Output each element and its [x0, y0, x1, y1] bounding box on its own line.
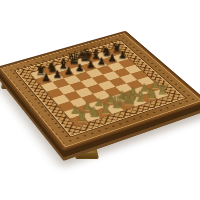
white-rook: ♜ [76, 110, 88, 123]
chess-set-photo: ♜♞♝♛♚♝♞♜♟♟♟♟♟♟♟♟♟♟♟♟♟♟♟♟♜♞♝♛♚♝♞♜ [0, 0, 200, 200]
black-pawn: ♟ [108, 54, 117, 64]
white-knight: ♞ [87, 105, 100, 119]
black-pawn: ♟ [97, 57, 106, 67]
black-pawn: ♟ [42, 73, 52, 83]
black-pawn: ♟ [86, 60, 95, 70]
chess-board: ♜♞♝♛♚♝♞♜♟♟♟♟♟♟♟♟♟♟♟♟♟♟♟♟♜♞♝♛♚♝♞♜ [0, 31, 200, 152]
black-pawn: ♟ [53, 70, 62, 80]
black-pawn: ♟ [118, 50, 127, 60]
black-pawn: ♟ [64, 66, 73, 76]
board-scene: ♜♞♝♛♚♝♞♜♟♟♟♟♟♟♟♟♟♟♟♟♟♟♟♟♜♞♝♛♚♝♞♜ [0, 0, 200, 200]
black-pawn: ♟ [75, 63, 84, 73]
white-rook: ♜ [157, 84, 169, 97]
